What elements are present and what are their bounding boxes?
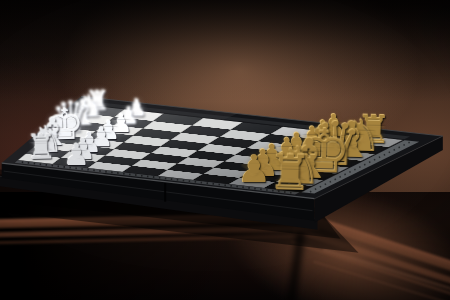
photo-scene: ♜♟♟♜♞♟♟♞♝♟♟♝♛♟♟♛♚♟♟♚♝♟♟♝♞♟♟♞♜♟♟♜ [0,0,450,300]
